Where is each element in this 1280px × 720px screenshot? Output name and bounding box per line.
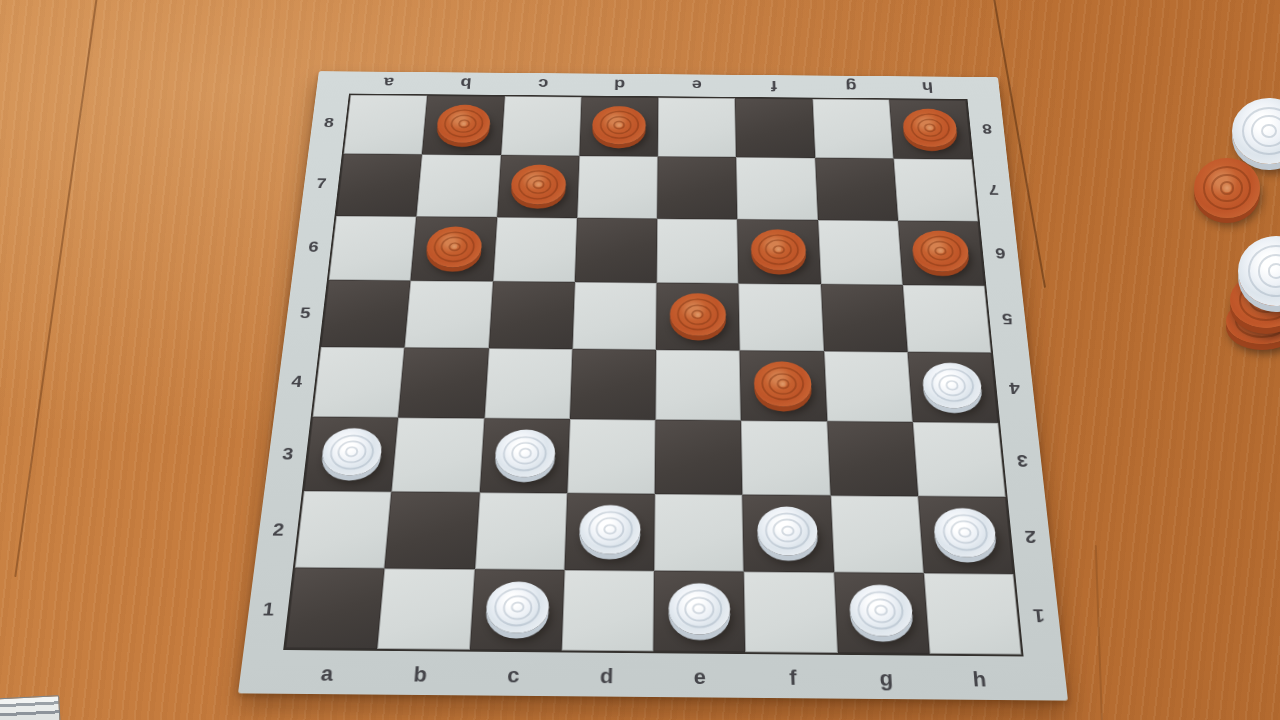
red-checker[interactable] (592, 106, 646, 144)
file-label-d: d (581, 75, 658, 93)
white-checker[interactable] (757, 506, 819, 556)
square-g5[interactable] (821, 284, 908, 352)
file-labels-top: abcdefgh (349, 73, 967, 95)
rank-label-4: 4 (993, 353, 1037, 424)
square-b1[interactable] (377, 568, 474, 650)
square-h8[interactable] (889, 100, 972, 160)
square-b7[interactable] (417, 155, 501, 217)
file-label-c: c (466, 663, 560, 689)
square-a1[interactable] (285, 567, 384, 649)
white-checker[interactable] (494, 430, 555, 477)
red-checker[interactable] (510, 165, 566, 205)
square-d2[interactable] (564, 493, 654, 571)
table-seam-bottom-right (1095, 545, 1103, 720)
file-label-e: e (658, 76, 735, 94)
square-e1[interactable] (653, 571, 745, 653)
square-h2[interactable] (918, 496, 1013, 574)
square-c6[interactable] (493, 217, 577, 282)
square-e8[interactable] (658, 98, 737, 158)
square-e5[interactable] (656, 283, 740, 351)
square-c5[interactable] (488, 281, 574, 349)
red-checker[interactable] (902, 109, 958, 147)
white-checker[interactable] (320, 428, 384, 475)
square-g4[interactable] (824, 351, 913, 422)
red-checker[interactable] (750, 229, 806, 271)
square-d6[interactable] (575, 218, 658, 283)
checker-center (927, 125, 934, 130)
rank-label-2: 2 (1008, 497, 1054, 575)
square-h3[interactable] (913, 422, 1006, 496)
square-h1[interactable] (924, 573, 1022, 655)
square-b5[interactable] (405, 280, 493, 348)
checker-center (606, 526, 613, 532)
red-checker[interactable] (753, 361, 812, 406)
square-c8[interactable] (501, 96, 582, 156)
board-grid (283, 94, 1023, 657)
checker-center (961, 529, 969, 535)
captured-red-checker[interactable] (1194, 158, 1260, 218)
file-label-e: e (653, 665, 747, 691)
file-label-d: d (560, 664, 654, 690)
red-checker[interactable] (911, 230, 970, 272)
square-f3[interactable] (741, 421, 830, 495)
rank-label-8: 8 (967, 99, 1007, 159)
square-a4[interactable] (313, 347, 405, 418)
square-e6[interactable] (657, 218, 739, 283)
square-f8[interactable] (735, 98, 815, 158)
square-b3[interactable] (392, 418, 484, 492)
square-d5[interactable] (572, 282, 656, 350)
checker-center (616, 123, 622, 128)
square-e2[interactable] (654, 494, 744, 572)
file-label-c: c (504, 75, 582, 93)
white-checker[interactable] (579, 505, 640, 555)
square-b8[interactable] (422, 96, 504, 156)
file-label-h: h (889, 78, 967, 96)
square-c7[interactable] (497, 155, 579, 217)
file-labels-bottom: abcdefgh (279, 661, 1027, 692)
file-label-a: a (279, 661, 375, 687)
square-d7[interactable] (577, 156, 658, 218)
checker-center (695, 606, 702, 612)
square-g7[interactable] (815, 158, 898, 220)
checker-center (779, 381, 786, 386)
square-c2[interactable] (474, 492, 567, 570)
rank-label-5: 5 (986, 285, 1029, 353)
file-label-b: b (372, 662, 467, 688)
square-d1[interactable] (561, 570, 654, 652)
white-checker[interactable] (933, 508, 998, 558)
board-mat: abcdefgh abcdefgh 87654321 87654321 (238, 71, 1068, 700)
square-h4[interactable] (907, 352, 998, 423)
red-checker[interactable] (436, 105, 492, 143)
square-d3[interactable] (567, 419, 655, 493)
square-a5[interactable] (321, 280, 411, 348)
square-c3[interactable] (479, 419, 569, 493)
checker-center (937, 248, 944, 253)
checker-center (460, 121, 467, 126)
square-g1[interactable] (834, 572, 930, 654)
file-label-a: a (349, 73, 428, 91)
square-a8[interactable] (344, 95, 428, 155)
rank-label-1: 1 (1015, 575, 1063, 657)
file-label-b: b (427, 74, 505, 92)
file-label-f: f (746, 665, 840, 691)
square-a7[interactable] (336, 154, 422, 216)
square-f6[interactable] (737, 219, 820, 284)
square-e7[interactable] (657, 157, 737, 219)
white-checker[interactable] (922, 363, 983, 408)
square-h7[interactable] (893, 159, 978, 221)
file-label-f: f (735, 77, 813, 95)
checker-center (775, 247, 782, 252)
square-g6[interactable] (818, 220, 903, 285)
red-checker[interactable] (670, 293, 727, 336)
square-b2[interactable] (385, 491, 480, 569)
square-f2[interactable] (742, 494, 833, 572)
table-seam-left (14, 0, 99, 577)
square-e4[interactable] (655, 350, 741, 421)
file-label-h: h (932, 667, 1027, 693)
rank-label-6: 6 (980, 220, 1022, 285)
square-f1[interactable] (744, 571, 837, 653)
red-checker[interactable] (425, 226, 483, 268)
square-f4[interactable] (740, 350, 827, 421)
square-b6[interactable] (411, 216, 497, 281)
rank-label-3: 3 (1000, 423, 1045, 497)
checker-center (694, 312, 701, 317)
checker-center (948, 383, 955, 388)
square-a2[interactable] (295, 490, 392, 568)
checker-center (535, 182, 542, 187)
checker-center (784, 528, 791, 534)
checker-center (451, 244, 458, 249)
square-f7[interactable] (736, 157, 817, 219)
square-g3[interactable] (827, 422, 918, 496)
square-f5[interactable] (739, 283, 824, 351)
checker-center (521, 450, 528, 456)
board-corner-object (0, 695, 61, 720)
white-checker[interactable] (668, 583, 730, 635)
checkers-board: abcdefgh abcdefgh 87654321 87654321 (238, 71, 1068, 700)
checker-center (1223, 184, 1231, 191)
checker-center (877, 607, 885, 613)
square-d8[interactable] (579, 97, 658, 157)
square-g2[interactable] (830, 495, 923, 573)
square-a3[interactable] (304, 417, 398, 491)
square-g8[interactable] (812, 99, 893, 159)
square-a6[interactable] (329, 215, 417, 280)
square-e3[interactable] (655, 420, 743, 494)
square-b4[interactable] (398, 348, 488, 419)
white-checker[interactable] (485, 581, 549, 633)
captured-white-checker[interactable] (1232, 98, 1280, 164)
rank-label-7: 7 (973, 158, 1014, 220)
checker-center (1271, 267, 1280, 275)
square-d4[interactable] (570, 349, 656, 420)
square-h5[interactable] (903, 285, 992, 353)
square-c4[interactable] (484, 348, 572, 419)
white-checker[interactable] (849, 584, 914, 636)
square-h6[interactable] (898, 220, 985, 285)
checker-center (348, 449, 356, 455)
checker-center (514, 604, 522, 610)
square-c1[interactable] (469, 569, 564, 651)
file-label-g: g (812, 77, 890, 95)
file-label-g: g (839, 666, 934, 692)
